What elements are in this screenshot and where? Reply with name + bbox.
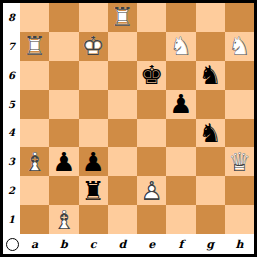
- square-b2[interactable]: [49, 176, 78, 205]
- square-g7[interactable]: [196, 32, 225, 61]
- black-king[interactable]: ♚: [137, 61, 166, 90]
- board-and-rank-labels: 87654321 ♜♖♜♖♚♔♞♘♞♘♚♞♟♞♝♗♟♟♛♕♜♟♙♝♗: [3, 3, 254, 234]
- square-d2[interactable]: [108, 176, 137, 205]
- square-f1[interactable]: [166, 205, 195, 234]
- square-e8[interactable]: [137, 3, 166, 32]
- square-h5[interactable]: [225, 90, 254, 119]
- rank-label-3: 3: [3, 147, 20, 176]
- square-h7[interactable]: ♞♘: [225, 32, 254, 61]
- square-f8[interactable]: [166, 3, 195, 32]
- square-h6[interactable]: [225, 61, 254, 90]
- white-knight[interactable]: ♞♘: [225, 32, 254, 61]
- white-knight-outline: ♘: [225, 32, 254, 61]
- file-label-f: f: [166, 234, 195, 254]
- black-pawn[interactable]: ♟: [49, 147, 78, 176]
- square-g5[interactable]: [196, 90, 225, 119]
- file-labels: abcdefgh: [20, 234, 254, 254]
- square-d6[interactable]: [108, 61, 137, 90]
- square-f7[interactable]: ♞♘: [166, 32, 195, 61]
- square-c7[interactable]: ♚♔: [79, 32, 108, 61]
- file-label-c: c: [79, 234, 108, 254]
- square-e2[interactable]: ♟♙: [137, 176, 166, 205]
- square-g2[interactable]: [196, 176, 225, 205]
- file-label-b: b: [49, 234, 78, 254]
- square-b8[interactable]: [49, 3, 78, 32]
- white-knight-outline: ♘: [166, 32, 195, 61]
- square-c3[interactable]: ♟: [79, 147, 108, 176]
- black-knight[interactable]: ♞: [196, 119, 225, 148]
- square-c6[interactable]: [79, 61, 108, 90]
- black-rook-glyph: ♜: [79, 176, 108, 205]
- black-knight-glyph: ♞: [196, 61, 225, 90]
- square-e5[interactable]: [137, 90, 166, 119]
- square-b7[interactable]: [49, 32, 78, 61]
- square-a1[interactable]: [20, 205, 49, 234]
- square-b6[interactable]: [49, 61, 78, 90]
- chess-board: ♜♖♜♖♚♔♞♘♞♘♚♞♟♞♝♗♟♟♛♕♜♟♙♝♗: [20, 3, 254, 234]
- rank-label-7: 7: [3, 32, 20, 61]
- square-a3[interactable]: ♝♗: [20, 147, 49, 176]
- square-a2[interactable]: [20, 176, 49, 205]
- square-c1[interactable]: [79, 205, 108, 234]
- white-queen-outline: ♕: [225, 147, 254, 176]
- square-g8[interactable]: [196, 3, 225, 32]
- square-d4[interactable]: [108, 119, 137, 148]
- white-king-outline: ♔: [79, 32, 108, 61]
- black-knight-glyph: ♞: [196, 119, 225, 148]
- square-c5[interactable]: [79, 90, 108, 119]
- square-e4[interactable]: [137, 119, 166, 148]
- square-h1[interactable]: [225, 205, 254, 234]
- white-rook[interactable]: ♜♖: [20, 32, 49, 61]
- square-d3[interactable]: [108, 147, 137, 176]
- square-b4[interactable]: [49, 119, 78, 148]
- white-rook-outline: ♖: [20, 32, 49, 61]
- black-rook[interactable]: ♜: [79, 176, 108, 205]
- square-d7[interactable]: [108, 32, 137, 61]
- rank-label-1: 1: [3, 205, 20, 234]
- square-e6[interactable]: ♚: [137, 61, 166, 90]
- square-g4[interactable]: ♞: [196, 119, 225, 148]
- black-pawn[interactable]: ♟: [79, 147, 108, 176]
- white-pawn-outline: ♙: [137, 176, 166, 205]
- rank-label-5: 5: [3, 90, 20, 119]
- square-e1[interactable]: [137, 205, 166, 234]
- rank-label-2: 2: [3, 176, 20, 205]
- square-c4[interactable]: [79, 119, 108, 148]
- square-f6[interactable]: [166, 61, 195, 90]
- rank-label-8: 8: [3, 3, 20, 32]
- white-bishop[interactable]: ♝♗: [20, 147, 49, 176]
- white-bishop-outline: ♗: [49, 205, 78, 234]
- file-label-g: g: [196, 234, 225, 254]
- square-d5[interactable]: [108, 90, 137, 119]
- chess-diagram: 87654321 ♜♖♜♖♚♔♞♘♞♘♚♞♟♞♝♗♟♟♛♕♜♟♙♝♗ abcde…: [0, 0, 257, 257]
- square-h8[interactable]: [225, 3, 254, 32]
- square-e7[interactable]: [137, 32, 166, 61]
- white-knight[interactable]: ♞♘: [166, 32, 195, 61]
- square-a6[interactable]: [20, 61, 49, 90]
- square-g3[interactable]: [196, 147, 225, 176]
- square-a8[interactable]: [20, 3, 49, 32]
- black-knight[interactable]: ♞: [196, 61, 225, 90]
- white-pawn[interactable]: ♟♙: [137, 176, 166, 205]
- white-to-move-indicator: [6, 238, 19, 251]
- file-label-d: d: [108, 234, 137, 254]
- square-f2[interactable]: [166, 176, 195, 205]
- white-bishop[interactable]: ♝♗: [49, 205, 78, 234]
- file-label-a: a: [20, 234, 49, 254]
- square-b5[interactable]: [49, 90, 78, 119]
- rank-labels: 87654321: [3, 3, 20, 234]
- white-queen[interactable]: ♛♕: [225, 147, 254, 176]
- square-d1[interactable]: [108, 205, 137, 234]
- square-b1[interactable]: ♝♗: [49, 205, 78, 234]
- corner-cell: [3, 234, 20, 254]
- white-rook[interactable]: ♜♖: [108, 3, 137, 32]
- rank-label-4: 4: [3, 119, 20, 148]
- square-f4[interactable]: [166, 119, 195, 148]
- square-c8[interactable]: [79, 3, 108, 32]
- square-f3[interactable]: [166, 147, 195, 176]
- square-b3[interactable]: ♟: [49, 147, 78, 176]
- file-label-e: e: [137, 234, 166, 254]
- square-a4[interactable]: [20, 119, 49, 148]
- rank-label-6: 6: [3, 61, 20, 90]
- black-king-glyph: ♚: [137, 61, 166, 90]
- square-f5[interactable]: ♟: [166, 90, 195, 119]
- black-pawn-glyph: ♟: [166, 90, 195, 119]
- square-a5[interactable]: [20, 90, 49, 119]
- square-d8[interactable]: ♜♖: [108, 3, 137, 32]
- square-c2[interactable]: ♜: [79, 176, 108, 205]
- square-g6[interactable]: ♞: [196, 61, 225, 90]
- square-h2[interactable]: [225, 176, 254, 205]
- square-a7[interactable]: ♜♖: [20, 32, 49, 61]
- black-pawn-glyph: ♟: [79, 147, 108, 176]
- white-king[interactable]: ♚♔: [79, 32, 108, 61]
- file-label-h: h: [225, 234, 254, 254]
- square-h3[interactable]: ♛♕: [225, 147, 254, 176]
- white-bishop-outline: ♗: [20, 147, 49, 176]
- black-pawn[interactable]: ♟: [166, 90, 195, 119]
- black-pawn-glyph: ♟: [49, 147, 78, 176]
- square-g1[interactable]: [196, 205, 225, 234]
- square-h4[interactable]: [225, 119, 254, 148]
- white-rook-outline: ♖: [108, 3, 137, 32]
- file-labels-row: abcdefgh: [3, 234, 254, 254]
- square-e3[interactable]: [137, 147, 166, 176]
